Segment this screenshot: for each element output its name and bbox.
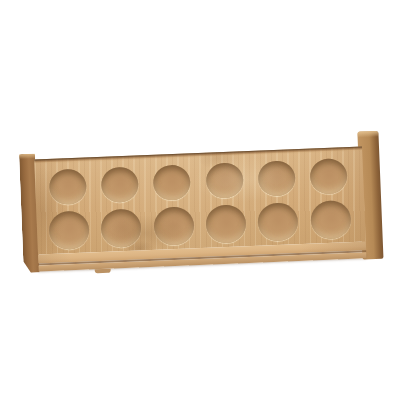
pit-r2c5[interactable] — [258, 202, 299, 242]
pit-r1c6[interactable] — [310, 158, 348, 194]
pit-r1c4[interactable] — [205, 162, 243, 198]
pit-r2c4[interactable] — [205, 204, 246, 244]
pit-r1c5[interactable] — [257, 160, 295, 196]
pit-cell-r1c1 — [40, 163, 94, 209]
product-photo-scene — [0, 0, 400, 400]
mancala-board — [34, 146, 366, 254]
pit-cell-r2c2 — [95, 205, 149, 251]
pit-grid — [34, 146, 366, 254]
board-foot — [95, 269, 111, 274]
pit-cell-r1c2 — [93, 161, 147, 207]
pit-cell-r2c5 — [251, 199, 305, 245]
pit-cell-r1c5 — [250, 155, 304, 201]
board-surface — [34, 146, 366, 254]
pit-r2c1[interactable] — [48, 210, 89, 250]
pit-cell-r2c1 — [42, 207, 96, 253]
pit-r1c2[interactable] — [101, 166, 139, 202]
board-back-edge — [34, 146, 362, 164]
pit-cell-r1c6 — [302, 153, 356, 199]
pit-cell-r2c4 — [199, 201, 253, 247]
pit-r2c6[interactable] — [310, 200, 351, 240]
pit-cell-r1c4 — [197, 157, 251, 203]
pit-cell-r2c3 — [147, 203, 201, 249]
pit-cell-r2c6 — [304, 197, 358, 243]
pit-r2c3[interactable] — [153, 206, 194, 246]
pit-r1c3[interactable] — [153, 164, 191, 200]
pit-cell-r1c3 — [145, 159, 199, 205]
pit-r1c1[interactable] — [48, 168, 86, 204]
pit-r2c2[interactable] — [101, 208, 142, 248]
